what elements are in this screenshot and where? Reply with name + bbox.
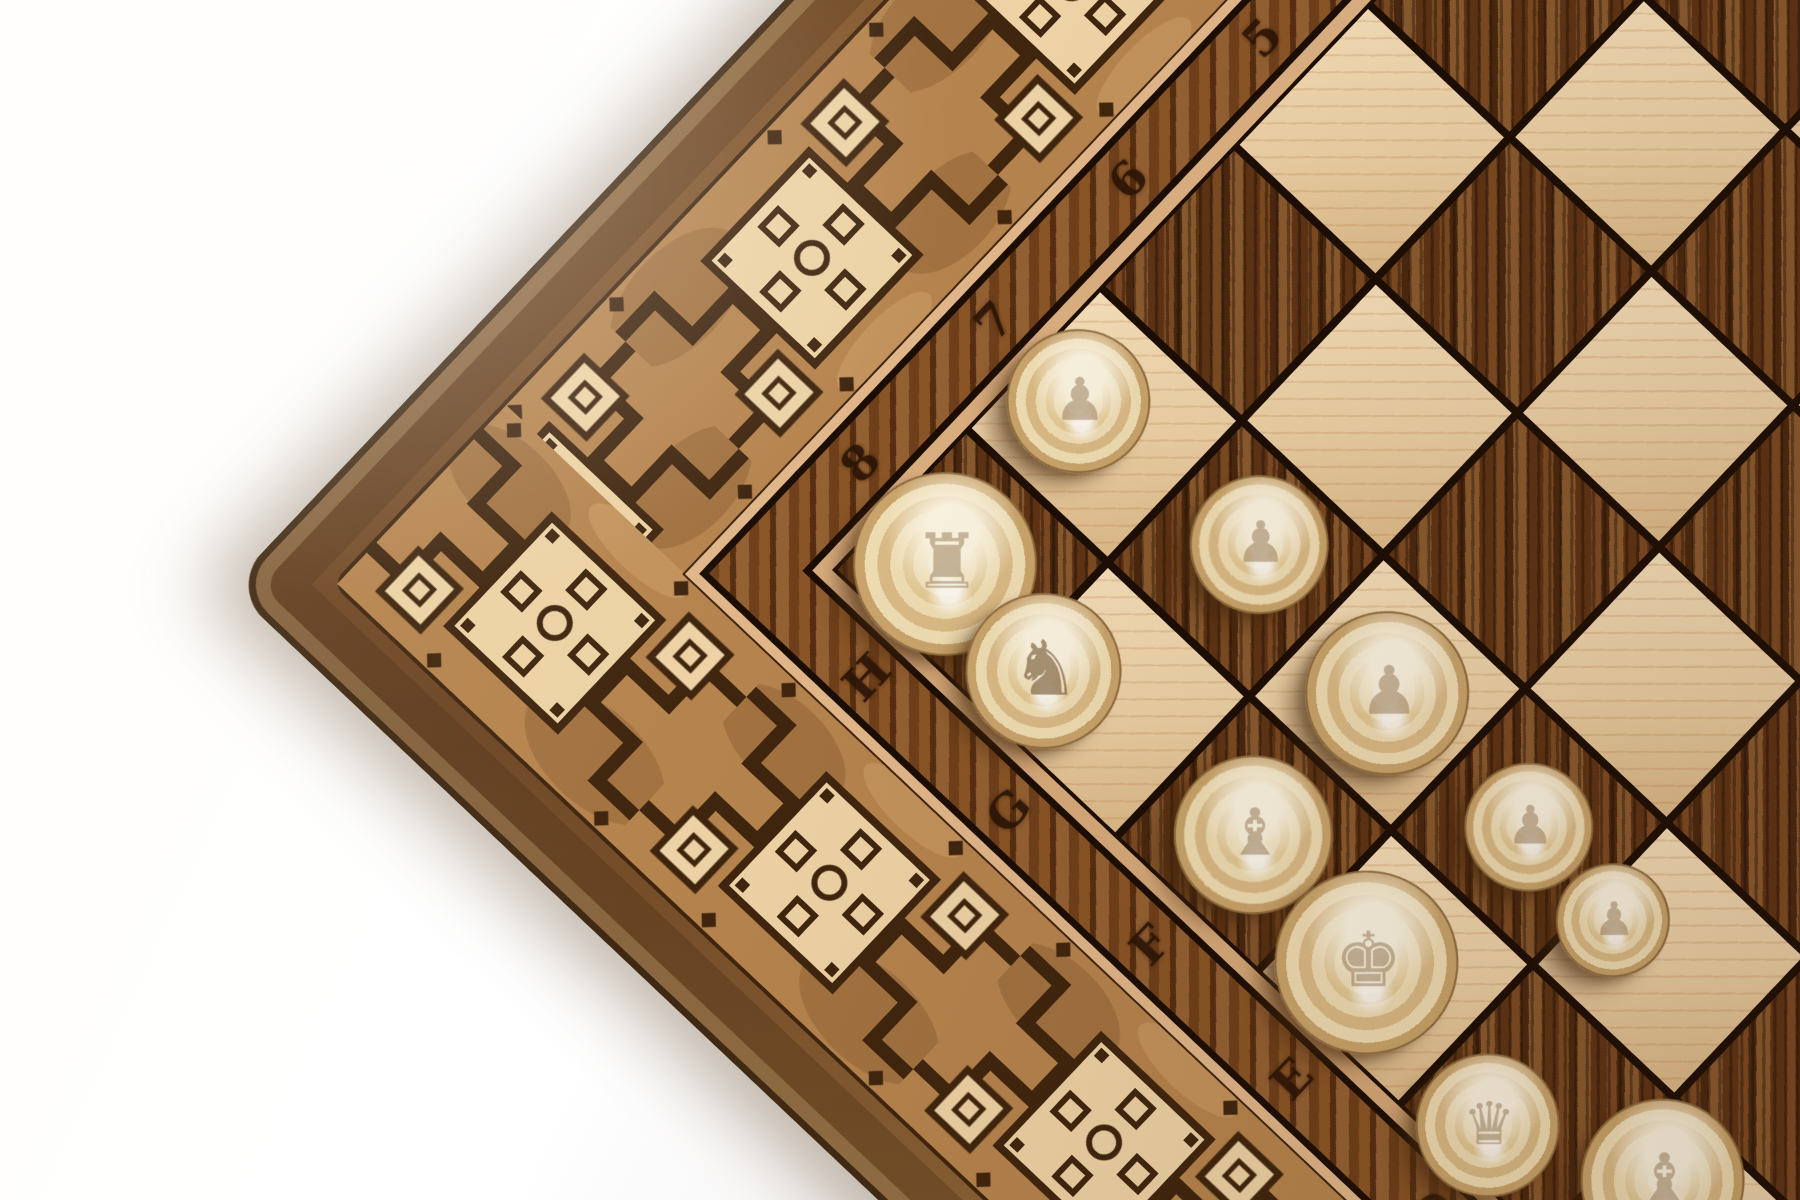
pawn-glyph: ♟ bbox=[1054, 369, 1107, 428]
bishop-glyph: ♝ bbox=[1634, 1144, 1694, 1200]
bishop-glyph: ♝ bbox=[1226, 800, 1284, 865]
pawn-glyph: ♟ bbox=[1507, 798, 1555, 851]
queen-glyph: ♛ bbox=[1463, 1093, 1516, 1152]
chess-board: 12345678HGFEDCBA ♜♞♝♚♛♝♟♟♟♟♟ bbox=[230, 0, 1800, 1200]
pawn-glyph: ♟ bbox=[1593, 895, 1634, 941]
rook-glyph: ♜ bbox=[913, 523, 981, 599]
pawn-glyph: ♟ bbox=[1359, 657, 1419, 724]
king-glyph: ♚ bbox=[1334, 922, 1402, 998]
pawn-glyph: ♟ bbox=[1235, 514, 1286, 571]
photo-canvas: 12345678HGFEDCBA ♜♞♝♚♛♝♟♟♟♟♟ bbox=[0, 0, 1800, 1200]
knight-glyph: ♞ bbox=[1011, 630, 1079, 706]
